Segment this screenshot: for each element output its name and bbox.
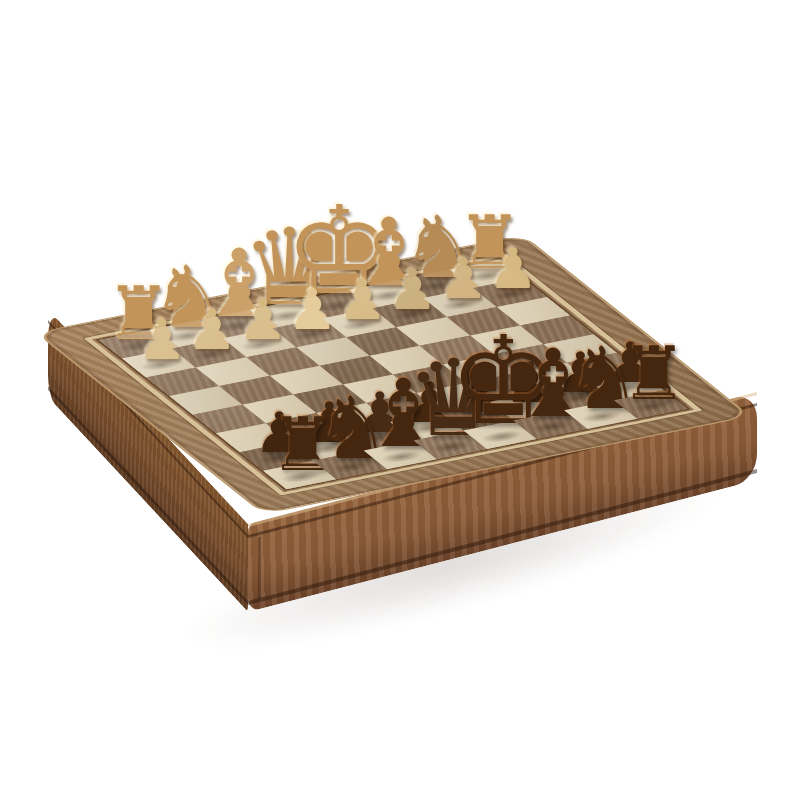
pawn-icon: ♟ [388, 261, 438, 317]
pawn-icon: ♟ [438, 251, 488, 307]
product-photo-scene: ♜♞♝♛♚♝♞♜♟♟♟♟♟♟♟♟♟♟♟♟♟♟♟♟♜♞♝♛♚♝♞♜ [0, 0, 800, 800]
drawer-seam [258, 537, 261, 600]
pawn-icon: ♟ [288, 282, 338, 338]
pawn-icon: ♟ [137, 312, 187, 368]
pawn-icon: ♟ [338, 272, 388, 328]
square-r8c8[interactable]: ♜ [614, 390, 688, 419]
rook-icon: ♜ [621, 336, 687, 410]
pawn-icon: ♟ [237, 292, 287, 348]
pawn-icon: ♟ [187, 302, 237, 358]
pawn-icon: ♟ [488, 241, 538, 297]
